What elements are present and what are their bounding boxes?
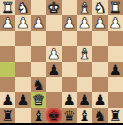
white-pawn[interactable]: ♟	[78, 15, 91, 30]
black-pawn[interactable]: ♟	[47, 62, 60, 77]
white-rook[interactable]: ♜	[109, 0, 122, 15]
black-knight[interactable]: ♞	[32, 77, 45, 92]
square-g6[interactable]	[15, 77, 30, 92]
square-c5[interactable]	[77, 62, 92, 77]
white-bishop[interactable]: ♝	[78, 46, 91, 61]
square-b6[interactable]	[92, 77, 107, 92]
square-f4[interactable]	[31, 46, 46, 61]
square-h1[interactable]: ♜	[0, 0, 15, 15]
square-d3[interactable]	[62, 31, 77, 46]
black-rook[interactable]: ♜	[109, 108, 122, 123]
square-e3[interactable]	[46, 31, 61, 46]
square-c4[interactable]: ♝	[77, 46, 92, 61]
square-b1[interactable]: ♞	[92, 0, 107, 15]
white-bishop[interactable]: ♝	[78, 0, 91, 15]
square-h4[interactable]	[0, 46, 15, 61]
white-knight[interactable]: ♞	[93, 0, 106, 15]
square-f1[interactable]	[31, 0, 46, 15]
square-f8[interactable]: ♝	[31, 108, 46, 123]
square-g2[interactable]: ♟	[15, 15, 30, 30]
square-a8[interactable]: ♜	[108, 108, 123, 123]
square-f5[interactable]	[31, 62, 46, 77]
square-c1[interactable]: ♝	[77, 0, 92, 15]
square-h6[interactable]	[0, 77, 15, 92]
white-pawn[interactable]: ♟	[63, 15, 76, 30]
black-bishop[interactable]: ♝	[32, 108, 45, 123]
white-pawn[interactable]: ♟	[1, 15, 14, 30]
square-g1[interactable]: ♞	[15, 0, 30, 15]
square-e8[interactable]: ♚	[46, 108, 61, 123]
square-e1[interactable]: ♚	[46, 0, 61, 15]
black-pawn[interactable]: ♟	[109, 62, 122, 77]
square-h5[interactable]	[0, 62, 15, 77]
square-d6[interactable]	[62, 77, 77, 92]
square-g5[interactable]	[15, 62, 30, 77]
white-king[interactable]: ♚	[47, 0, 60, 15]
square-b4[interactable]	[92, 46, 107, 61]
square-g8[interactable]	[15, 108, 30, 123]
white-pawn[interactable]: ♟	[17, 15, 30, 30]
square-h8[interactable]: ♜	[0, 108, 15, 123]
square-c7[interactable]: ♟	[77, 92, 92, 107]
square-c2[interactable]: ♟	[77, 15, 92, 30]
square-e2[interactable]	[46, 15, 61, 30]
square-a7[interactable]	[108, 92, 123, 107]
white-rook[interactable]: ♜	[1, 0, 14, 15]
square-a3[interactable]	[108, 31, 123, 46]
black-bishop[interactable]: ♝	[78, 108, 91, 123]
board-frame: ♜♞♚♝♞♜♟♟♟♟♟♟♟♟♝♟♟♞♟♟♛♟♟♟♜♝♚♛♝♞♜	[0, 0, 123, 125]
square-d5[interactable]	[62, 62, 77, 77]
white-pawn[interactable]: ♟	[109, 15, 122, 30]
square-a6[interactable]	[108, 77, 123, 92]
chess-board: ♜♞♚♝♞♜♟♟♟♟♟♟♟♟♝♟♟♞♟♟♛♟♟♟♜♝♚♛♝♞♜	[0, 0, 123, 123]
square-g4[interactable]	[15, 46, 30, 61]
square-a4[interactable]	[108, 46, 123, 61]
square-f3[interactable]	[31, 31, 46, 46]
white-pawn[interactable]: ♟	[93, 15, 106, 30]
square-g7[interactable]: ♟	[15, 92, 30, 107]
square-b2[interactable]: ♟	[92, 15, 107, 30]
black-pawn[interactable]: ♟	[17, 92, 30, 107]
black-queen[interactable]: ♛	[63, 108, 76, 123]
white-pawn[interactable]: ♟	[47, 46, 60, 61]
square-c6[interactable]	[77, 77, 92, 92]
square-d4[interactable]	[62, 46, 77, 61]
square-f6[interactable]: ♞	[31, 77, 46, 92]
square-c8[interactable]: ♝	[77, 108, 92, 123]
black-pawn[interactable]: ♟	[93, 92, 106, 107]
bottom-edge-bar	[0, 123, 123, 125]
white-pawn[interactable]: ♟	[32, 15, 45, 30]
square-e6[interactable]	[46, 77, 61, 92]
square-g3[interactable]	[15, 31, 30, 46]
square-e4[interactable]: ♟	[46, 46, 61, 61]
square-b3[interactable]	[92, 31, 107, 46]
square-b7[interactable]: ♟	[92, 92, 107, 107]
square-c3[interactable]	[77, 31, 92, 46]
square-d2[interactable]: ♟	[62, 15, 77, 30]
square-h2[interactable]: ♟	[0, 15, 15, 30]
square-f7[interactable]: ♛	[31, 92, 46, 107]
square-a1[interactable]: ♜	[108, 0, 123, 15]
square-d8[interactable]: ♛	[62, 108, 77, 123]
black-pawn[interactable]: ♟	[1, 92, 14, 107]
square-h7[interactable]: ♟	[0, 92, 15, 107]
black-rook[interactable]: ♜	[1, 108, 14, 123]
square-b8[interactable]: ♞	[92, 108, 107, 123]
square-e5[interactable]: ♟	[46, 62, 61, 77]
square-f2[interactable]: ♟	[31, 15, 46, 30]
black-king[interactable]: ♚	[47, 108, 60, 123]
square-d1[interactable]	[62, 0, 77, 15]
square-d7[interactable]: ♟	[62, 92, 77, 107]
square-b5[interactable]	[92, 62, 107, 77]
black-pawn[interactable]: ♟	[63, 92, 76, 107]
white-queen[interactable]: ♛	[32, 92, 45, 107]
square-a2[interactable]: ♟	[108, 15, 123, 30]
square-h3[interactable]	[0, 31, 15, 46]
white-knight[interactable]: ♞	[17, 0, 30, 15]
square-e7[interactable]	[46, 92, 61, 107]
black-knight[interactable]: ♞	[93, 108, 106, 123]
square-a5[interactable]: ♟	[108, 62, 123, 77]
black-pawn[interactable]: ♟	[78, 92, 91, 107]
